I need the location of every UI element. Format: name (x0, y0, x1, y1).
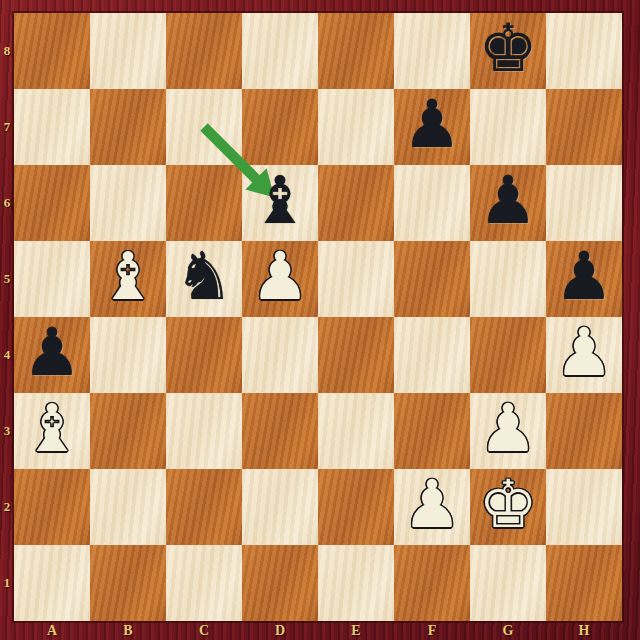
square-a3[interactable]: ♝ (14, 393, 90, 469)
square-b6[interactable] (90, 165, 166, 241)
square-a2[interactable] (14, 469, 90, 545)
square-e8[interactable] (318, 13, 394, 89)
chess-board: ♚♟♝♟♝♞♟♟♟♟♝♟♟♚ (14, 13, 622, 621)
square-g5[interactable] (470, 241, 546, 317)
square-e6[interactable] (318, 165, 394, 241)
square-a4[interactable]: ♟ (14, 317, 90, 393)
rank-label-6: 6 (0, 195, 14, 211)
chess-board-frame: ♚♟♝♟♝♞♟♟♟♟♝♟♟♚ 87654321ABCDEFGH (0, 0, 640, 640)
square-d5[interactable]: ♟ (242, 241, 318, 317)
square-f5[interactable] (394, 241, 470, 317)
square-h7[interactable] (546, 89, 622, 165)
square-h6[interactable] (546, 165, 622, 241)
square-d3[interactable] (242, 393, 318, 469)
rank-label-1: 1 (0, 575, 14, 591)
black-pawn[interactable]: ♟ (554, 244, 613, 310)
rank-label-8: 8 (0, 43, 14, 59)
rank-label-3: 3 (0, 423, 14, 439)
file-label-d: D (242, 621, 318, 640)
square-f8[interactable] (394, 13, 470, 89)
square-f2[interactable]: ♟ (394, 469, 470, 545)
rank-label-4: 4 (0, 347, 14, 363)
square-b8[interactable] (90, 13, 166, 89)
square-d1[interactable] (242, 545, 318, 621)
square-b1[interactable] (90, 545, 166, 621)
square-g1[interactable] (470, 545, 546, 621)
black-pawn[interactable]: ♟ (22, 320, 81, 386)
square-c7[interactable] (166, 89, 242, 165)
square-h4[interactable]: ♟ (546, 317, 622, 393)
white-bishop[interactable]: ♝ (22, 396, 81, 462)
file-label-c: C (166, 621, 242, 640)
square-g4[interactable] (470, 317, 546, 393)
white-pawn[interactable]: ♟ (478, 396, 537, 462)
square-d7[interactable] (242, 89, 318, 165)
white-pawn[interactable]: ♟ (402, 472, 461, 538)
square-h1[interactable] (546, 545, 622, 621)
file-label-h: H (546, 621, 622, 640)
square-c3[interactable] (166, 393, 242, 469)
square-a5[interactable] (14, 241, 90, 317)
square-a6[interactable] (14, 165, 90, 241)
square-f7[interactable]: ♟ (394, 89, 470, 165)
square-h3[interactable] (546, 393, 622, 469)
square-e3[interactable] (318, 393, 394, 469)
square-f1[interactable] (394, 545, 470, 621)
square-f4[interactable] (394, 317, 470, 393)
square-e5[interactable] (318, 241, 394, 317)
square-a7[interactable] (14, 89, 90, 165)
square-a1[interactable] (14, 545, 90, 621)
rank-label-2: 2 (0, 499, 14, 515)
square-c6[interactable] (166, 165, 242, 241)
square-h5[interactable]: ♟ (546, 241, 622, 317)
square-a8[interactable] (14, 13, 90, 89)
square-c5[interactable]: ♞ (166, 241, 242, 317)
square-e1[interactable] (318, 545, 394, 621)
rank-label-5: 5 (0, 271, 14, 287)
square-c2[interactable] (166, 469, 242, 545)
square-d6[interactable]: ♝ (242, 165, 318, 241)
square-b5[interactable]: ♝ (90, 241, 166, 317)
file-label-a: A (14, 621, 90, 640)
square-d2[interactable] (242, 469, 318, 545)
square-c8[interactable] (166, 13, 242, 89)
square-g6[interactable]: ♟ (470, 165, 546, 241)
file-label-g: G (470, 621, 546, 640)
square-c1[interactable] (166, 545, 242, 621)
white-bishop[interactable]: ♝ (98, 244, 157, 310)
square-f6[interactable] (394, 165, 470, 241)
square-h8[interactable] (546, 13, 622, 89)
black-bishop[interactable]: ♝ (250, 168, 309, 234)
square-b4[interactable] (90, 317, 166, 393)
file-label-e: E (318, 621, 394, 640)
black-king[interactable]: ♚ (478, 16, 537, 82)
white-pawn[interactable]: ♟ (554, 320, 613, 386)
square-g3[interactable]: ♟ (470, 393, 546, 469)
square-e7[interactable] (318, 89, 394, 165)
white-king[interactable]: ♚ (478, 472, 537, 538)
square-e4[interactable] (318, 317, 394, 393)
white-pawn[interactable]: ♟ (250, 244, 309, 310)
square-f3[interactable] (394, 393, 470, 469)
black-pawn[interactable]: ♟ (402, 92, 461, 158)
square-d4[interactable] (242, 317, 318, 393)
rank-label-7: 7 (0, 119, 14, 135)
file-label-b: B (90, 621, 166, 640)
square-d8[interactable] (242, 13, 318, 89)
square-g7[interactable] (470, 89, 546, 165)
square-g2[interactable]: ♚ (470, 469, 546, 545)
square-c4[interactable] (166, 317, 242, 393)
file-label-f: F (394, 621, 470, 640)
black-knight[interactable]: ♞ (174, 244, 233, 310)
square-b2[interactable] (90, 469, 166, 545)
black-pawn[interactable]: ♟ (478, 168, 537, 234)
square-e2[interactable] (318, 469, 394, 545)
square-b3[interactable] (90, 393, 166, 469)
square-b7[interactable] (90, 89, 166, 165)
square-g8[interactable]: ♚ (470, 13, 546, 89)
square-h2[interactable] (546, 469, 622, 545)
